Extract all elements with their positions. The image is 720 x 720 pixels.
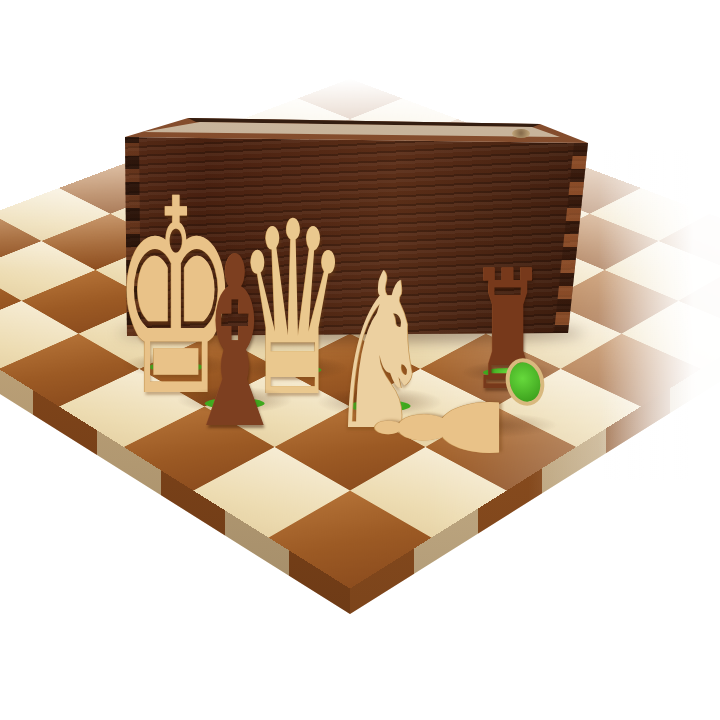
- overexposure-highlight: [598, 150, 720, 480]
- white-pawn-fallen-piece: ♟: [420, 346, 540, 442]
- bishop-glyph: ♝: [180, 226, 290, 461]
- chess-set-photo: ♚ ♝ ♛ ♞ ♜ ♟: [0, 0, 720, 720]
- lid-finger-hole: [512, 129, 530, 138]
- pawn-glyph: ♟: [355, 389, 525, 465]
